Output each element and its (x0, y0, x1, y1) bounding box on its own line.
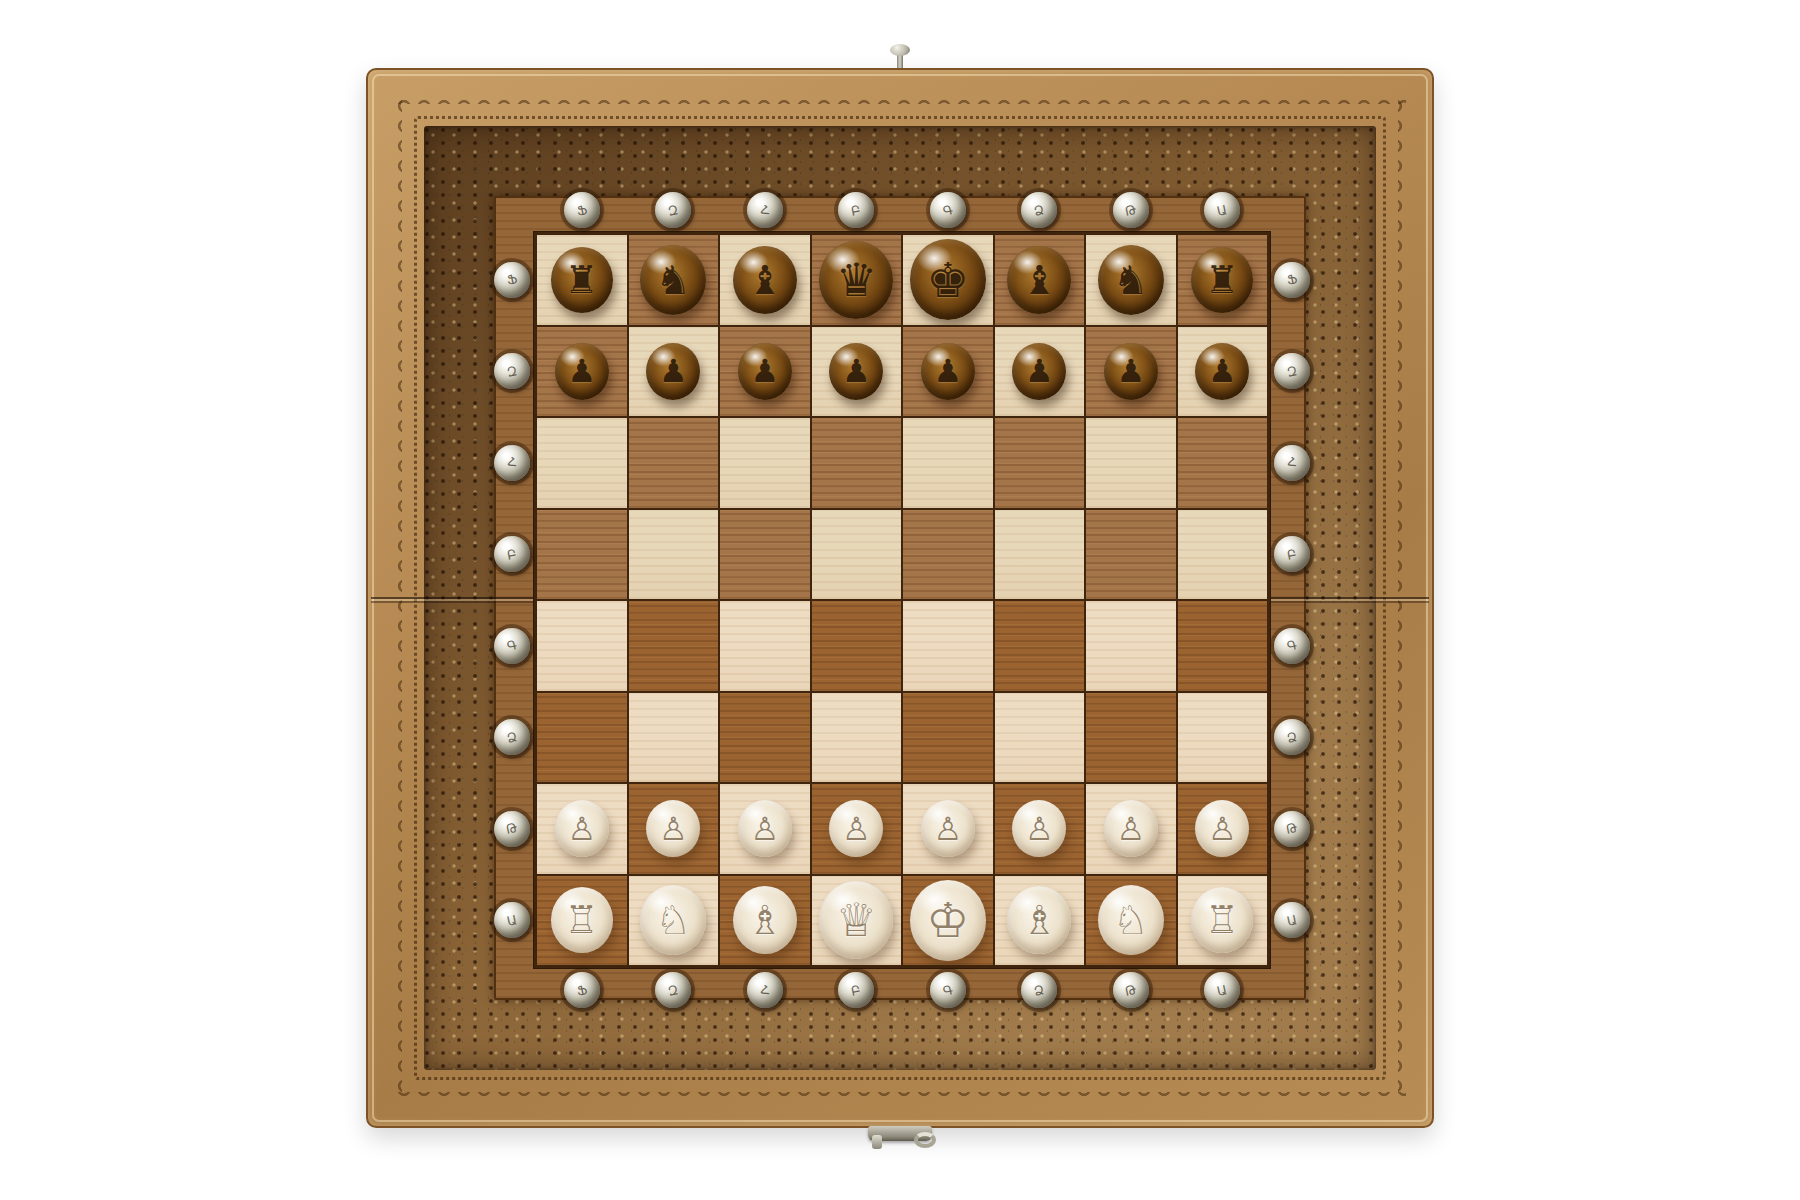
piece-white-queen-d1[interactable]: ♕ (819, 881, 893, 959)
white-pawn-glyph: ♙ (933, 813, 962, 845)
square-b1[interactable]: ♘ (629, 876, 719, 966)
piece-black-knight-g8[interactable]: ♞ (1098, 245, 1164, 315)
stud-left-2: Զ (494, 353, 530, 389)
piece-white-pawn-a2[interactable]: ♙ (555, 800, 609, 857)
square-b3[interactable] (629, 693, 719, 783)
square-b2[interactable]: ♙ (629, 784, 719, 874)
piece-black-king-e8[interactable]: ♚ (910, 239, 986, 320)
stud-engraving: Ֆ (575, 982, 588, 999)
square-g2[interactable]: ♙ (1086, 784, 1176, 874)
piece-white-king-e1[interactable]: ♔ (910, 880, 986, 961)
square-d5[interactable] (812, 510, 902, 600)
stud-top-3: Հ (747, 192, 783, 228)
stud-engraving: Ֆ (575, 202, 588, 219)
stud-bottom-4: Բ (838, 972, 874, 1008)
stud-right-5: Գ (1274, 628, 1310, 664)
crescent-border-bottom (394, 1092, 1406, 1107)
stud-bottom-6: Ձ (1021, 972, 1057, 1008)
stud-engraving: Ֆ (1285, 271, 1298, 288)
stud-top-4: Բ (838, 192, 874, 228)
stud-engraving: Ա (1216, 982, 1229, 999)
white-rook-glyph: ♖ (1205, 901, 1239, 939)
stud-engraving: Հ (1286, 454, 1298, 471)
square-e8[interactable]: ♚ (903, 235, 993, 325)
square-c8[interactable]: ♝ (720, 235, 810, 325)
clasp-hook (914, 1132, 936, 1148)
stud-left-7: Թ (494, 811, 530, 847)
black-knight-glyph: ♞ (655, 260, 691, 300)
square-h1[interactable]: ♖ (1178, 876, 1268, 966)
piece-black-pawn-c7[interactable]: ♟ (738, 343, 792, 400)
white-pawn-glyph: ♙ (659, 813, 688, 845)
square-e4[interactable] (903, 601, 993, 691)
square-d6[interactable] (812, 418, 902, 508)
black-pawn-glyph: ♟ (750, 355, 779, 387)
square-d3[interactable] (812, 693, 902, 783)
square-b4[interactable] (629, 601, 719, 691)
stud-top-6: Ձ (1021, 192, 1057, 228)
stud-engraving: Գ (506, 637, 519, 654)
stud-right-1: Ֆ (1274, 262, 1310, 298)
square-h3[interactable] (1178, 693, 1268, 783)
square-g4[interactable] (1086, 601, 1176, 691)
square-g6[interactable] (1086, 418, 1176, 508)
stud-engraving: Ձ (1033, 202, 1046, 219)
square-g7[interactable]: ♟ (1086, 327, 1176, 417)
stud-right-7: Թ (1274, 811, 1310, 847)
square-h8[interactable]: ♜ (1178, 235, 1268, 325)
black-pawn-glyph: ♟ (842, 355, 871, 387)
square-e5[interactable] (903, 510, 993, 600)
stud-engraving: Բ (1286, 546, 1298, 563)
stud-left-4: Բ (494, 536, 530, 572)
piece-white-pawn-g2[interactable]: ♙ (1104, 800, 1158, 857)
crescent-border-top (394, 89, 1406, 104)
square-c3[interactable] (720, 693, 810, 783)
piece-black-knight-b8[interactable]: ♞ (640, 245, 706, 315)
square-c4[interactable] (720, 601, 810, 691)
piece-black-queen-d8[interactable]: ♛ (819, 241, 893, 319)
stud-engraving: Ֆ (505, 271, 518, 288)
stud-engraving: Ձ (1033, 982, 1046, 999)
black-pawn-glyph: ♟ (567, 355, 596, 387)
square-c7[interactable]: ♟ (720, 327, 810, 417)
square-a7[interactable]: ♟ (537, 327, 627, 417)
piece-white-pawn-b2[interactable]: ♙ (646, 800, 700, 857)
piece-black-rook-h8[interactable]: ♜ (1191, 247, 1253, 313)
stud-bottom-3: Հ (747, 972, 783, 1008)
stud-bottom-2: Զ (655, 972, 691, 1008)
stud-right-2: Զ (1274, 353, 1310, 389)
square-e3[interactable] (903, 693, 993, 783)
stud-engraving: Զ (1286, 363, 1299, 380)
stud-top-2: Զ (655, 192, 691, 228)
stud-engraving: Ա (1286, 912, 1299, 929)
square-d1[interactable]: ♕ (812, 876, 902, 966)
square-f3[interactable] (995, 693, 1085, 783)
piece-white-bishop-c1[interactable]: ♗ (733, 886, 797, 954)
black-pawn-glyph: ♟ (659, 355, 688, 387)
square-b6[interactable] (629, 418, 719, 508)
black-rook-glyph: ♜ (1205, 261, 1239, 299)
piece-white-knight-g1[interactable]: ♘ (1098, 885, 1164, 955)
stud-bottom-8: Ա (1204, 972, 1240, 1008)
stud-top-7: Թ (1113, 192, 1149, 228)
black-knight-glyph: ♞ (1113, 260, 1149, 300)
square-e6[interactable] (903, 418, 993, 508)
square-f6[interactable] (995, 418, 1085, 508)
square-h6[interactable] (1178, 418, 1268, 508)
stud-engraving: Ձ (506, 729, 519, 746)
piece-black-pawn-h7[interactable]: ♟ (1195, 343, 1249, 400)
black-bishop-glyph: ♝ (1021, 260, 1057, 300)
stud-bottom-1: Ֆ (564, 972, 600, 1008)
stud-engraving: Բ (506, 546, 518, 563)
stud-engraving: Գ (941, 982, 954, 999)
stud-bottom-5: Գ (930, 972, 966, 1008)
black-bishop-glyph: ♝ (747, 260, 783, 300)
stud-engraving: Թ (1124, 982, 1138, 999)
square-a3[interactable] (537, 693, 627, 783)
stud-right-3: Հ (1274, 445, 1310, 481)
white-knight-glyph: ♘ (1113, 900, 1149, 940)
white-king-glyph: ♔ (926, 896, 969, 944)
white-pawn-glyph: ♙ (750, 813, 779, 845)
white-queen-glyph: ♕ (836, 897, 877, 943)
piece-black-pawn-d7[interactable]: ♟ (829, 343, 883, 400)
square-c6[interactable] (720, 418, 810, 508)
square-h4[interactable] (1178, 601, 1268, 691)
square-h7[interactable]: ♟ (1178, 327, 1268, 417)
piece-white-bishop-f1[interactable]: ♗ (1007, 886, 1071, 954)
photo-stage: ♜♞♝♛♚♝♞♜♟♟♟♟♟♟♟♟♙♙♙♙♙♙♙♙♖♘♗♕♔♗♘♖ ՖՖՖՖԶԶԶ… (0, 0, 1800, 1200)
piece-white-pawn-d2[interactable]: ♙ (829, 800, 883, 857)
square-e2[interactable]: ♙ (903, 784, 993, 874)
stud-engraving: Հ (759, 202, 771, 219)
stud-left-6: Ձ (494, 719, 530, 755)
stud-right-4: Բ (1274, 536, 1310, 572)
square-c2[interactable]: ♙ (720, 784, 810, 874)
black-rook-glyph: ♜ (565, 261, 599, 299)
square-e1[interactable]: ♔ (903, 876, 993, 966)
piece-black-pawn-g7[interactable]: ♟ (1104, 343, 1158, 400)
square-a8[interactable]: ♜ (537, 235, 627, 325)
square-b5[interactable] (629, 510, 719, 600)
stud-engraving: Թ (1124, 202, 1138, 219)
square-f2[interactable]: ♙ (995, 784, 1085, 874)
square-d7[interactable]: ♟ (812, 327, 902, 417)
stud-left-8: Ա (494, 902, 530, 938)
square-g5[interactable] (1086, 510, 1176, 600)
stud-top-1: Ֆ (564, 192, 600, 228)
chess-box: ♜♞♝♛♚♝♞♜♟♟♟♟♟♟♟♟♙♙♙♙♙♙♙♙♖♘♗♕♔♗♘♖ ՖՖՖՖԶԶԶ… (366, 68, 1434, 1128)
stud-engraving: Զ (667, 202, 680, 219)
white-pawn-glyph: ♙ (1025, 813, 1054, 845)
white-pawn-glyph: ♙ (1208, 813, 1237, 845)
stud-left-3: Հ (494, 445, 530, 481)
piece-black-bishop-f8[interactable]: ♝ (1007, 246, 1071, 314)
clasp-pin (872, 1135, 882, 1149)
black-pawn-glyph: ♟ (1208, 355, 1237, 387)
stud-engraving: Հ (759, 982, 771, 999)
piece-black-pawn-e7[interactable]: ♟ (921, 343, 975, 400)
stud-bottom-7: Թ (1113, 972, 1149, 1008)
black-pawn-glyph: ♟ (1025, 355, 1054, 387)
square-f1[interactable]: ♗ (995, 876, 1085, 966)
white-bishop-glyph: ♗ (1021, 900, 1057, 940)
stud-engraving: Թ (505, 820, 519, 837)
square-f4[interactable] (995, 601, 1085, 691)
stud-left-1: Ֆ (494, 262, 530, 298)
white-rook-glyph: ♖ (565, 901, 599, 939)
piece-white-rook-a1[interactable]: ♖ (551, 887, 613, 953)
stud-engraving: Ձ (1286, 729, 1299, 746)
stud-engraving: Թ (1285, 820, 1299, 837)
square-e7[interactable]: ♟ (903, 327, 993, 417)
square-c1[interactable]: ♗ (720, 876, 810, 966)
piece-white-pawn-f2[interactable]: ♙ (1012, 800, 1066, 857)
piece-black-pawn-a7[interactable]: ♟ (555, 343, 609, 400)
black-king-glyph: ♚ (926, 256, 969, 304)
piece-black-bishop-c8[interactable]: ♝ (733, 246, 797, 314)
stud-engraving: Զ (667, 982, 680, 999)
square-g3[interactable] (1086, 693, 1176, 783)
white-pawn-glyph: ♙ (567, 813, 596, 845)
hinge-knob-cap (890, 44, 910, 56)
square-g1[interactable]: ♘ (1086, 876, 1176, 966)
piece-black-pawn-b7[interactable]: ♟ (646, 343, 700, 400)
stud-top-5: Գ (930, 192, 966, 228)
white-pawn-glyph: ♙ (842, 813, 871, 845)
square-a6[interactable] (537, 418, 627, 508)
stud-engraving: Ա (1216, 202, 1229, 219)
stud-engraving: Զ (506, 363, 519, 380)
piece-black-rook-a8[interactable]: ♜ (551, 247, 613, 313)
square-a2[interactable]: ♙ (537, 784, 627, 874)
stud-engraving: Բ (850, 982, 862, 999)
square-d4[interactable] (812, 601, 902, 691)
stud-right-8: Ա (1274, 902, 1310, 938)
white-pawn-glyph: ♙ (1116, 813, 1145, 845)
chessboard: ♜♞♝♛♚♝♞♜♟♟♟♟♟♟♟♟♙♙♙♙♙♙♙♙♖♘♗♕♔♗♘♖ (534, 232, 1270, 968)
piece-black-pawn-f7[interactable]: ♟ (1012, 343, 1066, 400)
square-f5[interactable] (995, 510, 1085, 600)
white-knight-glyph: ♘ (655, 900, 691, 940)
square-f8[interactable]: ♝ (995, 235, 1085, 325)
square-a4[interactable] (537, 601, 627, 691)
square-h2[interactable]: ♙ (1178, 784, 1268, 874)
stud-top-8: Ա (1204, 192, 1240, 228)
stud-engraving: Գ (941, 202, 954, 219)
square-d2[interactable]: ♙ (812, 784, 902, 874)
square-b8[interactable]: ♞ (629, 235, 719, 325)
piece-white-pawn-h2[interactable]: ♙ (1195, 800, 1249, 857)
square-f7[interactable]: ♟ (995, 327, 1085, 417)
clasp-latch (850, 1126, 950, 1152)
stud-engraving: Ա (506, 912, 519, 929)
piece-white-pawn-e2[interactable]: ♙ (921, 800, 975, 857)
piece-white-pawn-c2[interactable]: ♙ (738, 800, 792, 857)
white-bishop-glyph: ♗ (747, 900, 783, 940)
square-g8[interactable]: ♞ (1086, 235, 1176, 325)
stud-left-5: Գ (494, 628, 530, 664)
piece-white-knight-b1[interactable]: ♘ (640, 885, 706, 955)
black-pawn-glyph: ♟ (933, 355, 962, 387)
square-h5[interactable] (1178, 510, 1268, 600)
black-pawn-glyph: ♟ (1116, 355, 1145, 387)
stud-engraving: Հ (506, 454, 518, 471)
stud-right-6: Ձ (1274, 719, 1310, 755)
square-a1[interactable]: ♖ (537, 876, 627, 966)
piece-white-rook-h1[interactable]: ♖ (1191, 887, 1253, 953)
square-d8[interactable]: ♛ (812, 235, 902, 325)
square-a5[interactable] (537, 510, 627, 600)
stud-engraving: Բ (850, 202, 862, 219)
black-queen-glyph: ♛ (836, 257, 877, 303)
stud-engraving: Գ (1286, 637, 1299, 654)
square-c5[interactable] (720, 510, 810, 600)
square-b7[interactable]: ♟ (629, 327, 719, 417)
